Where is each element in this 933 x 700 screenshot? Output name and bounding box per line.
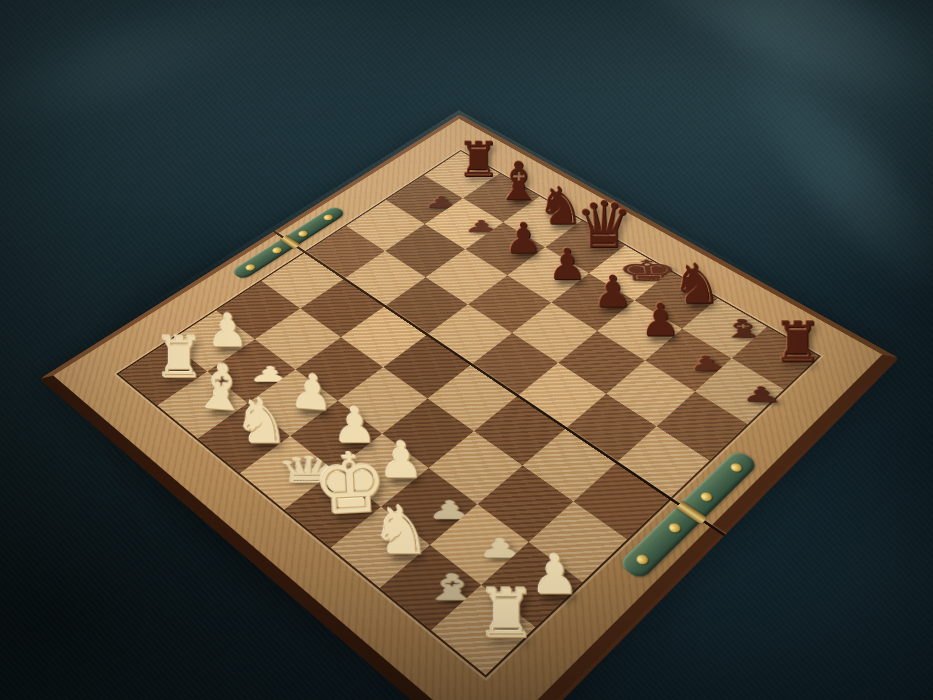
- perspective-scene: ♜♟♟♜♝♟♟♝♞♟♟♞♛♟♟♛♚♟♟♚♞♟♟♞♝♟♟♝♜♟♟♜: [0, 0, 933, 700]
- hinge-screw: [322, 213, 335, 221]
- black-pawn[interactable]: ♟: [548, 242, 587, 285]
- black-pawn[interactable]: ♟: [504, 217, 542, 259]
- white-pawn[interactable]: ♟: [208, 308, 249, 354]
- hinge-screw: [270, 246, 283, 255]
- hinge-screw: [699, 491, 714, 503]
- square-h1[interactable]: ♜: [431, 585, 535, 675]
- black-rook[interactable]: ♜: [456, 135, 500, 184]
- black-bishop[interactable]: ♝: [495, 154, 543, 207]
- chess-board: ♜♟♟♜♝♟♟♝♞♟♟♞♛♟♟♛♚♟♟♚♞♟♟♞♝♟♟♝♜♟♟♜: [40, 114, 899, 700]
- hinge-screw: [634, 553, 650, 566]
- hinge-screw: [729, 462, 744, 474]
- square-h8[interactable]: ♜: [732, 327, 818, 390]
- board-squares: ♜♟♟♜♝♟♟♝♞♟♟♞♛♟♟♛♚♟♟♚♞♟♟♞♝♟♟♝♜♟♟♜: [119, 151, 818, 674]
- white-rook[interactable]: ♜: [476, 580, 536, 647]
- white-pawn[interactable]: ♟: [248, 364, 292, 385]
- hinge-screw: [667, 521, 683, 534]
- black-pawn[interactable]: ♟: [740, 383, 783, 406]
- white-knight[interactable]: ♞: [234, 390, 289, 452]
- hinge-screw: [296, 229, 309, 237]
- white-pawn[interactable]: ♟: [289, 367, 335, 417]
- black-bishop[interactable]: ♝: [715, 316, 772, 341]
- white-knight[interactable]: ♞: [371, 497, 430, 563]
- black-pawn[interactable]: ♟: [463, 218, 500, 235]
- black-pawn[interactable]: ♟: [640, 297, 681, 342]
- black-pawn[interactable]: ♟: [593, 269, 633, 313]
- hinge-screw: [243, 263, 256, 272]
- square-c5[interactable]: [384, 277, 468, 335]
- black-pawn[interactable]: ♟: [684, 353, 731, 374]
- white-pawn[interactable]: ♟: [531, 548, 579, 602]
- photo-stage: ♜♟♟♜♝♟♟♝♞♟♟♞♛♟♟♛♚♟♟♚♞♟♟♞♝♟♟♝♜♟♟♜: [0, 0, 933, 700]
- black-rook[interactable]: ♜: [772, 314, 822, 370]
